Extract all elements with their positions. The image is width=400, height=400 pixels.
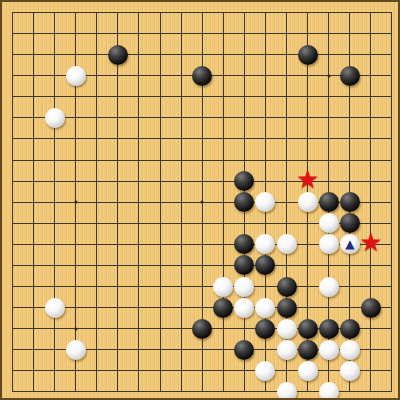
board-intersection [276, 318, 297, 339]
black-stone [277, 298, 297, 318]
white-stone [45, 298, 65, 318]
board-intersection [213, 276, 234, 297]
board-intersection [297, 339, 318, 360]
board-intersection [44, 107, 65, 128]
board-intersection [255, 318, 276, 339]
black-stone [234, 340, 254, 360]
black-stone [234, 255, 254, 275]
white-stone [255, 192, 275, 212]
board-intersection [297, 192, 318, 213]
white-stone [45, 108, 65, 128]
white-stone [66, 340, 86, 360]
board-intersection [318, 276, 339, 297]
black-stone [234, 171, 254, 191]
go-board[interactable]: ★★▲ [0, 0, 400, 400]
board-intersection [276, 297, 297, 318]
black-stone [361, 298, 381, 318]
white-stone [298, 192, 318, 212]
board-intersection [339, 339, 360, 360]
white-stone [319, 382, 339, 400]
board-intersection [276, 234, 297, 255]
board-intersection [276, 276, 297, 297]
white-stone [277, 234, 297, 254]
black-stone [192, 66, 212, 86]
board-intersection [297, 318, 318, 339]
board-intersection [318, 234, 339, 255]
white-stone [277, 382, 297, 400]
board-intersection [318, 192, 339, 213]
board-intersection [234, 339, 255, 360]
board-intersection [339, 318, 360, 339]
board-intersection [192, 318, 213, 339]
board-intersection [255, 192, 276, 213]
board-intersection [276, 339, 297, 360]
black-stone [255, 255, 275, 275]
board-intersection [297, 360, 318, 381]
black-stone [340, 213, 360, 233]
black-stone [108, 45, 128, 65]
black-stone [298, 340, 318, 360]
white-stone [319, 234, 339, 254]
white-stone [277, 340, 297, 360]
board-intersection [297, 44, 318, 65]
red-star-marker: ★ [359, 229, 382, 255]
board-intersection [360, 297, 381, 318]
board-intersection [318, 381, 339, 400]
blue-triangle-marker: ▲ [345, 238, 354, 250]
board-intersection [255, 255, 276, 276]
board-intersection [339, 192, 360, 213]
board-intersection [234, 192, 255, 213]
black-stone [298, 45, 318, 65]
board-intersection [65, 65, 86, 86]
white-stone [319, 277, 339, 297]
white-stone [66, 66, 86, 86]
board-intersection [213, 297, 234, 318]
board-intersection [255, 297, 276, 318]
red-star-marker: ★ [296, 166, 319, 192]
black-stone [192, 319, 212, 339]
white-stone [213, 277, 233, 297]
board-intersection [234, 297, 255, 318]
board-intersection [318, 318, 339, 339]
white-stone [340, 361, 360, 381]
black-stone [234, 234, 254, 254]
board-intersection [107, 44, 128, 65]
black-stone [255, 319, 275, 339]
white-stone [255, 234, 275, 254]
black-stone [340, 66, 360, 86]
black-stone [340, 192, 360, 212]
black-stone [213, 298, 233, 318]
white-stone [277, 319, 297, 339]
board-intersection [65, 339, 86, 360]
white-stone [319, 340, 339, 360]
white-stone [255, 298, 275, 318]
board-intersection [234, 255, 255, 276]
white-stone [255, 361, 275, 381]
board-intersection [255, 234, 276, 255]
board-intersection [234, 234, 255, 255]
board-intersection [339, 213, 360, 234]
black-stone [319, 192, 339, 212]
white-stone [298, 361, 318, 381]
board-intersection [339, 360, 360, 381]
board-intersection [339, 65, 360, 86]
board-intersection [255, 360, 276, 381]
board-intersection [234, 171, 255, 192]
board-intersection [234, 276, 255, 297]
board-intersection [318, 213, 339, 234]
board-intersection [318, 339, 339, 360]
white-stone [234, 298, 254, 318]
black-stone [340, 319, 360, 339]
white-stone [319, 213, 339, 233]
board-intersection [44, 297, 65, 318]
black-stone [234, 192, 254, 212]
white-stone [340, 340, 360, 360]
stones-layer [2, 2, 400, 400]
black-stone [277, 277, 297, 297]
board-intersection [276, 381, 297, 400]
black-stone [319, 319, 339, 339]
board-intersection [192, 65, 213, 86]
white-stone [234, 277, 254, 297]
black-stone [298, 319, 318, 339]
